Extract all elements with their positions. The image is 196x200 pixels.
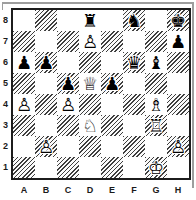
- square-f2: [123, 136, 145, 157]
- piece-black-knight: ♞: [123, 10, 145, 31]
- file-label-A: A: [18, 186, 30, 195]
- file-label-B: B: [40, 186, 52, 195]
- file-label-H: H: [172, 186, 184, 195]
- piece-black-pawn: ♟: [167, 31, 189, 52]
- square-c3: [57, 115, 79, 136]
- square-d1: [79, 157, 101, 178]
- piece-white-pawn: ♙: [13, 94, 35, 115]
- square-e4: [101, 94, 123, 115]
- file-label-D: D: [84, 186, 96, 195]
- piece-white-queen: ♕: [79, 73, 101, 94]
- square-e5: ♟: [101, 73, 123, 94]
- square-f7: [123, 31, 145, 52]
- file-label-F: F: [128, 186, 140, 195]
- square-f6: ♛: [123, 52, 145, 73]
- square-h1: [167, 157, 189, 178]
- piece-black-pawn: ♟: [101, 73, 123, 94]
- square-c7: [57, 31, 79, 52]
- square-d8: ♜: [79, 10, 101, 31]
- square-a3: [13, 115, 35, 136]
- piece-black-pawn: ♟: [35, 52, 57, 73]
- square-g4: ♗: [145, 94, 167, 115]
- square-a7: [13, 31, 35, 52]
- rank-label-4: 4: [1, 100, 10, 109]
- square-f3: [123, 115, 145, 136]
- piece-white-knight: ♘: [79, 115, 101, 136]
- square-a8: [13, 10, 35, 31]
- square-g1: ♔: [145, 157, 167, 178]
- square-e3: [101, 115, 123, 136]
- square-h5: [167, 73, 189, 94]
- square-c6: [57, 52, 79, 73]
- square-b2: ♙: [35, 136, 57, 157]
- square-e6: [101, 52, 123, 73]
- piece-white-rook: ♖: [145, 115, 167, 136]
- piece-white-pawn: ♙: [35, 136, 57, 157]
- piece-black-queen: ♛: [123, 52, 145, 73]
- square-b8: [35, 10, 57, 31]
- square-e8: [101, 10, 123, 31]
- square-f1: [123, 157, 145, 178]
- square-a2: [13, 136, 35, 157]
- piece-white-king: ♔: [145, 157, 167, 178]
- rank-label-2: 2: [1, 142, 10, 151]
- chess-board: ♜♞♚♙♟♟♟♛♝♟♕♟♙♙♗♘♖♙♙♔: [11, 8, 191, 180]
- square-c5: ♟: [57, 73, 79, 94]
- rank-label-7: 7: [1, 37, 10, 46]
- square-b3: [35, 115, 57, 136]
- square-g5: [145, 73, 167, 94]
- piece-black-pawn: ♟: [13, 52, 35, 73]
- square-g8: [145, 10, 167, 31]
- square-b1: [35, 157, 57, 178]
- square-a5: [13, 73, 35, 94]
- square-f5: [123, 73, 145, 94]
- square-f8: ♞: [123, 10, 145, 31]
- square-a6: ♟: [13, 52, 35, 73]
- rank-label-6: 6: [1, 58, 10, 67]
- square-c8: [57, 10, 79, 31]
- rank-label-1: 1: [1, 163, 10, 172]
- file-label-G: G: [150, 186, 162, 195]
- square-b6: ♟: [35, 52, 57, 73]
- square-b4: [35, 94, 57, 115]
- square-c1: [57, 157, 79, 178]
- square-h6: [167, 52, 189, 73]
- square-f4: [123, 94, 145, 115]
- square-a1: [13, 157, 35, 178]
- outer-frame-left-tick: [2, 2, 3, 10]
- square-h4: [167, 94, 189, 115]
- square-g2: [145, 136, 167, 157]
- square-e2: [101, 136, 123, 157]
- piece-black-bishop: ♝: [145, 52, 167, 73]
- rank-label-5: 5: [1, 79, 10, 88]
- square-d6: [79, 52, 101, 73]
- file-label-C: C: [62, 186, 74, 195]
- square-d3: ♘: [79, 115, 101, 136]
- piece-white-pawn: ♙: [57, 94, 79, 115]
- square-e7: [101, 31, 123, 52]
- chess-diagram: ♜♞♚♙♟♟♟♛♝♟♕♟♙♙♗♘♖♙♙♔ 87654321 ABCDEFGH: [0, 0, 196, 200]
- square-d4: [79, 94, 101, 115]
- square-h7: ♟: [167, 31, 189, 52]
- square-b5: [35, 73, 57, 94]
- square-h8: ♚: [167, 10, 189, 31]
- square-d5: ♕: [79, 73, 101, 94]
- square-c2: [57, 136, 79, 157]
- square-g7: [145, 31, 167, 52]
- piece-black-king: ♚: [167, 10, 189, 31]
- square-d2: [79, 136, 101, 157]
- square-h2: ♙: [167, 136, 189, 157]
- file-label-E: E: [106, 186, 118, 195]
- square-c4: ♙: [57, 94, 79, 115]
- rank-label-3: 3: [1, 121, 10, 130]
- square-h3: [167, 115, 189, 136]
- piece-black-rook: ♜: [79, 10, 101, 31]
- square-e1: [101, 157, 123, 178]
- piece-white-pawn: ♙: [79, 31, 101, 52]
- piece-black-pawn: ♟: [57, 73, 79, 94]
- square-g3: ♖: [145, 115, 167, 136]
- board-grid: ♜♞♚♙♟♟♟♛♝♟♕♟♙♙♗♘♖♙♙♔: [13, 10, 189, 178]
- rank-label-8: 8: [1, 16, 10, 25]
- square-g6: ♝: [145, 52, 167, 73]
- square-b7: [35, 31, 57, 52]
- piece-white-bishop: ♗: [145, 94, 167, 115]
- square-a4: ♙: [13, 94, 35, 115]
- square-d7: ♙: [79, 31, 101, 52]
- piece-white-pawn: ♙: [167, 136, 189, 157]
